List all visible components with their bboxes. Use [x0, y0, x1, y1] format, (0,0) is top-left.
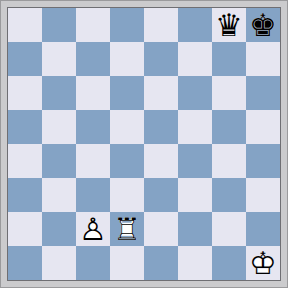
square-f7[interactable] [178, 42, 212, 76]
black-queen-glyph: ♛ [212, 8, 246, 42]
square-g5[interactable] [212, 110, 246, 144]
white-pawn[interactable]: ♟♙ [76, 212, 110, 246]
square-d7[interactable] [110, 42, 144, 76]
square-a5[interactable] [8, 110, 42, 144]
square-d6[interactable] [110, 76, 144, 110]
square-a1[interactable] [8, 246, 42, 280]
square-e3[interactable] [144, 178, 178, 212]
square-d1[interactable] [110, 246, 144, 280]
square-c2[interactable]: ♟♙ [76, 212, 110, 246]
square-f6[interactable] [178, 76, 212, 110]
square-g6[interactable] [212, 76, 246, 110]
square-c7[interactable] [76, 42, 110, 76]
square-c5[interactable] [76, 110, 110, 144]
square-b2[interactable] [42, 212, 76, 246]
square-e1[interactable] [144, 246, 178, 280]
square-c6[interactable] [76, 76, 110, 110]
square-f5[interactable] [178, 110, 212, 144]
square-a4[interactable] [8, 144, 42, 178]
square-e7[interactable] [144, 42, 178, 76]
white-king[interactable]: ♚♔ [246, 246, 280, 280]
square-d8[interactable] [110, 8, 144, 42]
chess-board: ♛♛♚♚♟♙♜♖♚♔ [7, 7, 281, 281]
square-f4[interactable] [178, 144, 212, 178]
square-a6[interactable] [8, 76, 42, 110]
square-f1[interactable] [178, 246, 212, 280]
square-d5[interactable] [110, 110, 144, 144]
square-e6[interactable] [144, 76, 178, 110]
square-f8[interactable] [178, 8, 212, 42]
square-c8[interactable] [76, 8, 110, 42]
square-d4[interactable] [110, 144, 144, 178]
square-f3[interactable] [178, 178, 212, 212]
square-b8[interactable] [42, 8, 76, 42]
square-h2[interactable] [246, 212, 280, 246]
square-b7[interactable] [42, 42, 76, 76]
white-rook-glyph: ♖ [110, 212, 144, 246]
square-c4[interactable] [76, 144, 110, 178]
square-e2[interactable] [144, 212, 178, 246]
square-e5[interactable] [144, 110, 178, 144]
square-b1[interactable] [42, 246, 76, 280]
square-g1[interactable] [212, 246, 246, 280]
square-g4[interactable] [212, 144, 246, 178]
square-g7[interactable] [212, 42, 246, 76]
square-d3[interactable] [110, 178, 144, 212]
square-g2[interactable] [212, 212, 246, 246]
square-h4[interactable] [246, 144, 280, 178]
square-b4[interactable] [42, 144, 76, 178]
white-pawn-glyph: ♙ [76, 212, 110, 246]
square-a3[interactable] [8, 178, 42, 212]
black-king[interactable]: ♚♚ [246, 8, 280, 42]
white-rook[interactable]: ♜♖ [110, 212, 144, 246]
black-queen[interactable]: ♛♛ [212, 8, 246, 42]
square-b6[interactable] [42, 76, 76, 110]
black-king-glyph: ♚ [246, 8, 280, 42]
square-b3[interactable] [42, 178, 76, 212]
square-d2[interactable]: ♜♖ [110, 212, 144, 246]
white-king-glyph: ♔ [246, 246, 280, 280]
square-e8[interactable] [144, 8, 178, 42]
square-c3[interactable] [76, 178, 110, 212]
square-h1[interactable]: ♚♔ [246, 246, 280, 280]
square-c1[interactable] [76, 246, 110, 280]
square-e4[interactable] [144, 144, 178, 178]
square-f2[interactable] [178, 212, 212, 246]
square-h6[interactable] [246, 76, 280, 110]
square-b5[interactable] [42, 110, 76, 144]
square-a8[interactable] [8, 8, 42, 42]
square-a7[interactable] [8, 42, 42, 76]
square-h3[interactable] [246, 178, 280, 212]
chess-board-widget: ♛♛♚♚♟♙♜♖♚♔ [0, 0, 288, 288]
square-h7[interactable] [246, 42, 280, 76]
square-h5[interactable] [246, 110, 280, 144]
square-g3[interactable] [212, 178, 246, 212]
square-g8[interactable]: ♛♛ [212, 8, 246, 42]
square-h8[interactable]: ♚♚ [246, 8, 280, 42]
square-a2[interactable] [8, 212, 42, 246]
